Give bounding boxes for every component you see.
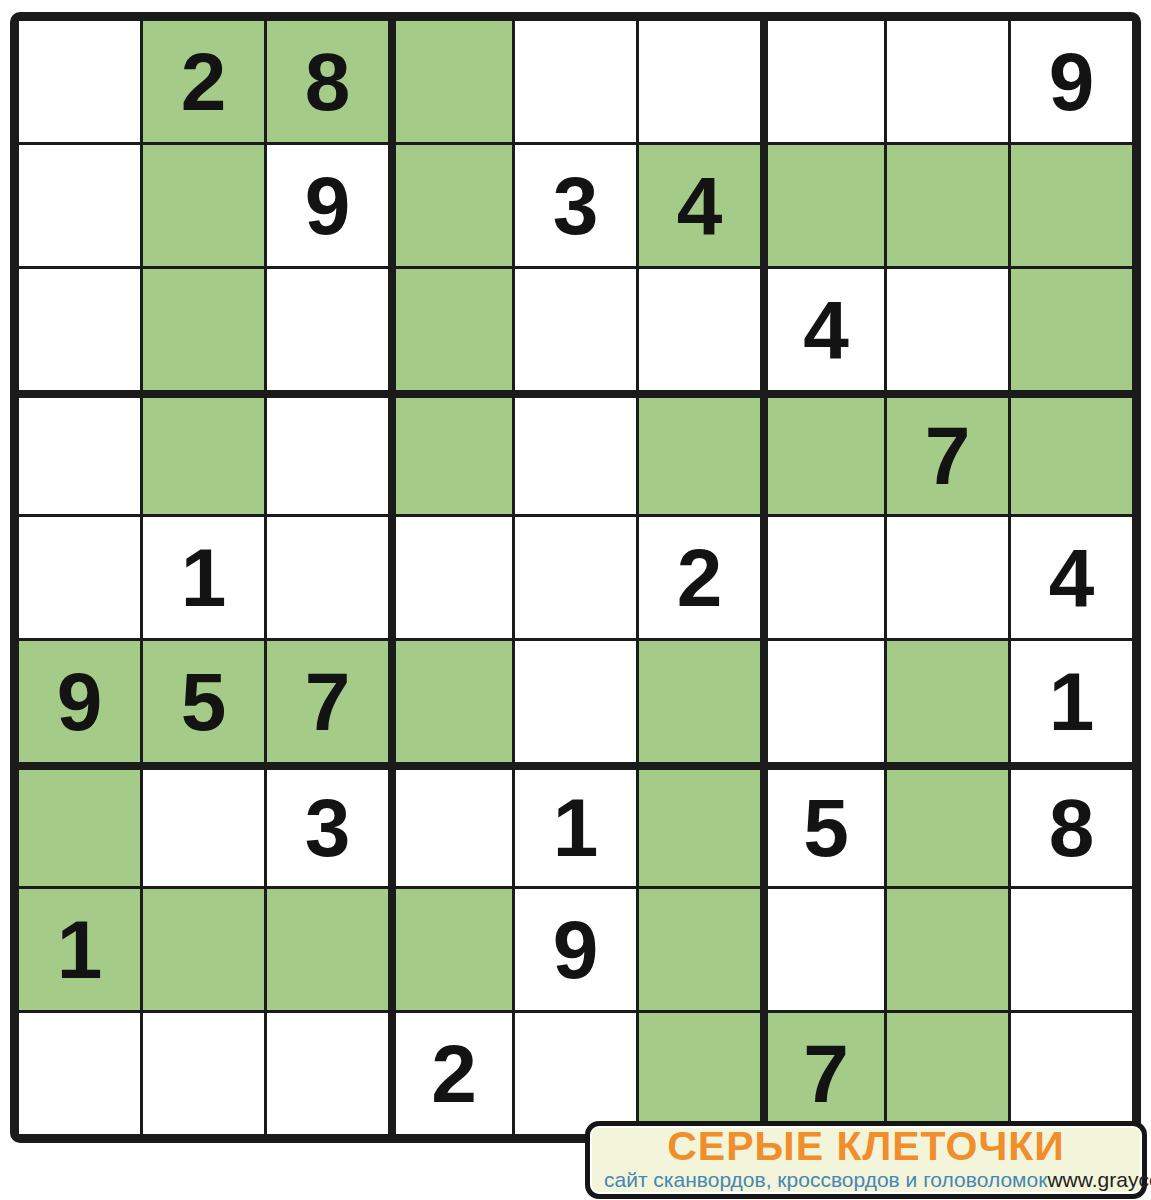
cell-r7c6[interactable] xyxy=(639,765,760,886)
cell-r3c1[interactable] xyxy=(19,269,140,390)
cell-r6c6[interactable] xyxy=(639,641,760,762)
cell-r1c5[interactable] xyxy=(515,21,636,142)
cell-r3c3[interactable] xyxy=(267,269,388,390)
cell-r5c1[interactable] xyxy=(19,517,140,638)
logo-url: www.graycell.ru xyxy=(1047,1168,1151,1192)
cell-r9c1[interactable] xyxy=(19,1013,140,1134)
cell-r2c6[interactable]: 4 xyxy=(639,145,760,266)
cell-r8c6[interactable] xyxy=(639,889,760,1010)
cell-r6c8[interactable] xyxy=(887,641,1008,762)
cell-r9c7[interactable]: 7 xyxy=(763,1013,884,1134)
cell-r6c7[interactable] xyxy=(763,641,884,762)
cell-r3c2[interactable] xyxy=(143,269,264,390)
cell-r2c8[interactable] xyxy=(887,145,1008,266)
cell-r3c8[interactable] xyxy=(887,269,1008,390)
cell-r4c8[interactable]: 7 xyxy=(887,393,1008,514)
cell-r9c5[interactable] xyxy=(515,1013,636,1134)
cell-r1c7[interactable] xyxy=(763,21,884,142)
cell-r9c8[interactable] xyxy=(887,1013,1008,1134)
cell-r1c9[interactable]: 9 xyxy=(1011,21,1132,142)
cell-r5c8[interactable] xyxy=(887,517,1008,638)
cell-r8c9[interactable] xyxy=(1011,889,1132,1010)
cell-r1c3[interactable]: 8 xyxy=(267,21,388,142)
cell-r8c4[interactable] xyxy=(391,889,512,1010)
cell-r2c1[interactable] xyxy=(19,145,140,266)
cell-r9c4[interactable]: 2 xyxy=(391,1013,512,1134)
cell-r2c3[interactable]: 9 xyxy=(267,145,388,266)
cell-r1c1[interactable] xyxy=(19,21,140,142)
cell-r4c5[interactable] xyxy=(515,393,636,514)
cell-r5c4[interactable] xyxy=(391,517,512,638)
cell-r3c9[interactable] xyxy=(1011,269,1132,390)
cell-r7c7[interactable]: 5 xyxy=(763,765,884,886)
cell-r6c9[interactable]: 1 xyxy=(1011,641,1132,762)
cell-r7c3[interactable]: 3 xyxy=(267,765,388,886)
cell-r4c2[interactable] xyxy=(143,393,264,514)
cell-r8c2[interactable] xyxy=(143,889,264,1010)
logo-subtitle: сайт сканвордов, кроссвордов и головолом… xyxy=(604,1168,1047,1192)
cell-r8c7[interactable] xyxy=(763,889,884,1010)
cell-r8c1[interactable]: 1 xyxy=(19,889,140,1010)
cell-r5c5[interactable] xyxy=(515,517,636,638)
graycell-logo: СЕРЫЕ КЛЕТОЧКИ сайт сканвордов, кроссвор… xyxy=(585,1121,1147,1199)
cell-r5c6[interactable]: 2 xyxy=(639,517,760,638)
cell-r5c2[interactable]: 1 xyxy=(143,517,264,638)
cell-r7c9[interactable]: 8 xyxy=(1011,765,1132,886)
cell-r5c3[interactable] xyxy=(267,517,388,638)
cell-r8c5[interactable]: 9 xyxy=(515,889,636,1010)
cell-r2c9[interactable] xyxy=(1011,145,1132,266)
cell-r4c3[interactable] xyxy=(267,393,388,514)
cell-r6c4[interactable] xyxy=(391,641,512,762)
cell-r9c2[interactable] xyxy=(143,1013,264,1134)
cell-r4c7[interactable] xyxy=(763,393,884,514)
cell-r7c8[interactable] xyxy=(887,765,1008,886)
cell-r4c9[interactable] xyxy=(1011,393,1132,514)
cell-r4c6[interactable] xyxy=(639,393,760,514)
cell-r7c4[interactable] xyxy=(391,765,512,886)
cell-r2c2[interactable] xyxy=(143,145,264,266)
cell-r9c6[interactable] xyxy=(639,1013,760,1134)
cell-r2c4[interactable] xyxy=(391,145,512,266)
cell-r6c1[interactable]: 9 xyxy=(19,641,140,762)
cell-r3c4[interactable] xyxy=(391,269,512,390)
logo-tagline-row: сайт сканвордов, кроссвордов и головолом… xyxy=(604,1168,1128,1192)
cell-r6c3[interactable]: 7 xyxy=(267,641,388,762)
cell-r7c5[interactable]: 1 xyxy=(515,765,636,886)
cell-r9c9[interactable] xyxy=(1011,1013,1132,1134)
cell-r8c8[interactable] xyxy=(887,889,1008,1010)
sudoku-board: 28993447124957131581927 xyxy=(10,12,1141,1143)
cell-r1c2[interactable]: 2 xyxy=(143,21,264,142)
cell-r1c8[interactable] xyxy=(887,21,1008,142)
cell-r2c5[interactable]: 3 xyxy=(515,145,636,266)
cell-r6c2[interactable]: 5 xyxy=(143,641,264,762)
cell-r3c7[interactable]: 4 xyxy=(763,269,884,390)
cell-r2c7[interactable] xyxy=(763,145,884,266)
cell-r7c1[interactable] xyxy=(19,765,140,886)
cell-r3c5[interactable] xyxy=(515,269,636,390)
cell-r7c2[interactable] xyxy=(143,765,264,886)
cell-r4c4[interactable] xyxy=(391,393,512,514)
cell-r1c6[interactable] xyxy=(639,21,760,142)
cell-r5c7[interactable] xyxy=(763,517,884,638)
logo-title: СЕРЫЕ КЛЕТОЧКИ xyxy=(604,1126,1128,1168)
cell-r1c4[interactable] xyxy=(391,21,512,142)
cell-r5c9[interactable]: 4 xyxy=(1011,517,1132,638)
cell-r6c5[interactable] xyxy=(515,641,636,762)
cell-r8c3[interactable] xyxy=(267,889,388,1010)
cell-r9c3[interactable] xyxy=(267,1013,388,1134)
cell-r3c6[interactable] xyxy=(639,269,760,390)
cell-r4c1[interactable] xyxy=(19,393,140,514)
